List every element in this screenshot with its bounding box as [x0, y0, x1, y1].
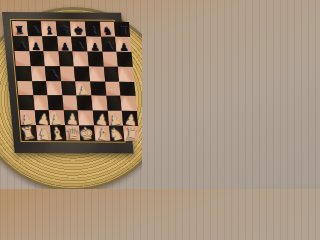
- square-c7[interactable]: [42, 36, 58, 51]
- black-king-e8[interactable]: ♚: [73, 27, 84, 36]
- square-d6[interactable]: [58, 51, 74, 66]
- square-f8[interactable]: ♝: [85, 22, 101, 37]
- square-e4[interactable]: ♟: [76, 81, 92, 96]
- white-king-e1[interactable]: ♚: [78, 127, 95, 142]
- square-e6[interactable]: [73, 51, 89, 66]
- white-rook-h1[interactable]: ♜: [125, 127, 141, 142]
- square-d5[interactable]: [60, 66, 76, 81]
- black-pawn-e7[interactable]: ♟: [74, 43, 85, 52]
- black-pawn-f7[interactable]: ♟: [90, 43, 100, 52]
- square-f5[interactable]: [89, 66, 105, 81]
- square-h7[interactable]: ♟: [115, 37, 131, 52]
- square-e1[interactable]: ♚: [80, 126, 96, 141]
- square-e5[interactable]: [74, 66, 90, 81]
- square-g5[interactable]: [104, 66, 120, 81]
- square-a8[interactable]: ♜: [12, 21, 28, 36]
- square-a1[interactable]: ♜: [21, 125, 37, 140]
- square-d8[interactable]: ♛: [56, 21, 72, 36]
- square-f6[interactable]: [88, 51, 104, 66]
- black-pawn-c5[interactable]: ♟: [47, 71, 59, 81]
- square-f7[interactable]: ♟: [86, 36, 102, 51]
- square-c8[interactable]: ♝: [41, 21, 57, 36]
- square-b4[interactable]: [32, 81, 48, 96]
- square-d7[interactable]: ♟: [57, 36, 73, 51]
- white-bishop-c1[interactable]: ♝: [49, 127, 66, 142]
- chessboard-slab: ♜♞♝♛♚♝♞♜♟♟♟♟♟♟♟♟♟♟♟♟♟♟♟♟♜♞♝♛♚♝♞♜: [2, 12, 134, 154]
- black-bishop-c8[interactable]: ♝: [44, 27, 55, 36]
- black-rook-a8[interactable]: ♜: [14, 27, 25, 36]
- square-h8[interactable]: ♜: [114, 22, 130, 37]
- black-rook-h8[interactable]: ♜: [117, 28, 127, 37]
- black-bishop-f8[interactable]: ♝: [88, 28, 98, 37]
- square-g3[interactable]: [106, 96, 122, 111]
- brass-inlay-border: ♜♞♝♛♚♝♞♜♟♟♟♟♟♟♟♟♟♟♟♟♟♟♟♟♜♞♝♛♚♝♞♜: [10, 19, 126, 143]
- square-c6[interactable]: [44, 51, 60, 66]
- black-pawn-h7[interactable]: ♟: [119, 43, 129, 52]
- square-h5[interactable]: [118, 66, 134, 81]
- black-queen-d8[interactable]: ♛: [59, 27, 69, 36]
- square-d3[interactable]: [62, 96, 78, 111]
- square-e8[interactable]: ♚: [70, 21, 86, 36]
- square-c5[interactable]: ♟: [45, 66, 61, 81]
- black-pawn-g7[interactable]: ♟: [104, 43, 115, 52]
- square-e7[interactable]: ♟: [72, 36, 88, 51]
- board-grid: ♜♞♝♛♚♝♞♜♟♟♟♟♟♟♟♟♟♟♟♟♟♟♟♟♜♞♝♛♚♝♞♜: [12, 21, 124, 141]
- square-g6[interactable]: [102, 51, 118, 66]
- square-g1[interactable]: ♞: [109, 126, 125, 141]
- square-f3[interactable]: [92, 96, 108, 111]
- square-a4[interactable]: [17, 81, 33, 96]
- square-c1[interactable]: ♝: [50, 125, 66, 140]
- square-c4[interactable]: [46, 81, 62, 96]
- square-a6[interactable]: [14, 51, 30, 66]
- square-h4[interactable]: [119, 81, 135, 96]
- square-a7[interactable]: ♟: [13, 36, 29, 51]
- square-a5[interactable]: [16, 66, 32, 81]
- square-b8[interactable]: ♞: [26, 21, 42, 36]
- square-h6[interactable]: [117, 52, 133, 67]
- square-d4[interactable]: [61, 81, 77, 96]
- square-b6[interactable]: [29, 51, 45, 66]
- square-e3[interactable]: [77, 96, 93, 111]
- square-h1[interactable]: ♜: [123, 126, 139, 141]
- square-h3[interactable]: [121, 96, 137, 111]
- black-pawn-a7[interactable]: ♟: [16, 42, 27, 51]
- square-b3[interactable]: [33, 96, 49, 111]
- black-knight-b8[interactable]: ♞: [30, 27, 40, 36]
- square-b5[interactable]: [30, 66, 46, 81]
- black-knight-g8[interactable]: ♞: [102, 28, 113, 37]
- square-f4[interactable]: [90, 81, 106, 96]
- black-pawn-d7[interactable]: ♟: [60, 43, 70, 52]
- square-g7[interactable]: ♟: [101, 37, 117, 52]
- square-g4[interactable]: [105, 81, 121, 96]
- square-b7[interactable]: ♟: [28, 36, 44, 51]
- square-a3[interactable]: [18, 95, 34, 110]
- white-pawn-e4[interactable]: ♟: [77, 86, 90, 97]
- white-rook-a1[interactable]: ♜: [19, 126, 37, 142]
- black-pawn-b7[interactable]: ♟: [31, 42, 41, 51]
- square-c3[interactable]: [48, 96, 64, 111]
- square-g8[interactable]: ♞: [100, 22, 116, 37]
- white-knight-g1[interactable]: ♞: [107, 126, 125, 142]
